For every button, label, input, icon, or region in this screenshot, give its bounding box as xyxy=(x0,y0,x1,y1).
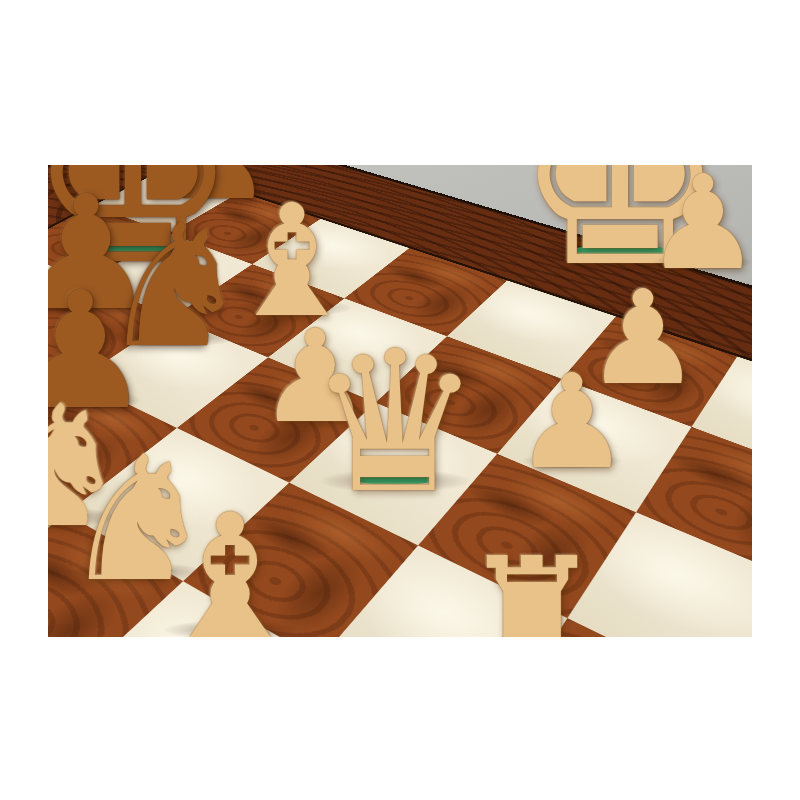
page: ♝♟♛♟♟♜♝♞♞♚♟♟♚♞♟♟ xyxy=(0,0,800,800)
photo-frame: ♝♟♛♟♟♜♝♞♞♚♟♟♚♞♟♟ xyxy=(48,165,752,637)
piece-felt xyxy=(677,257,729,264)
board-grid xyxy=(48,166,752,637)
chess-board xyxy=(48,165,752,637)
